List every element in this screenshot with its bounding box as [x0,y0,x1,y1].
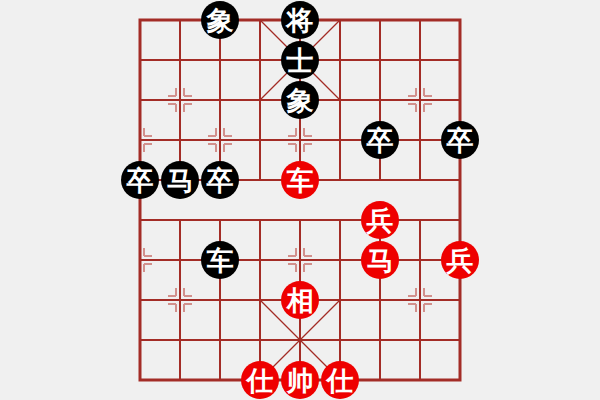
red-soldier[interactable]: 兵 [441,241,479,279]
red-chariot[interactable]: 车 [281,161,319,199]
black-general[interactable]: 将 [281,1,319,39]
black-soldier[interactable]: 卒 [441,121,479,159]
black-soldier[interactable]: 卒 [201,161,239,199]
black-horse[interactable]: 马 [161,161,199,199]
red-horse[interactable]: 马 [361,241,399,279]
black-advisor[interactable]: 士 [281,41,319,79]
black-elephant[interactable]: 象 [201,1,239,39]
black-elephant[interactable]: 象 [281,81,319,119]
red-advisor[interactable]: 仕 [241,361,279,399]
red-advisor[interactable]: 仕 [321,361,359,399]
black-soldier[interactable]: 卒 [121,161,159,199]
xiangqi-board: 象将士象卒卒卒马卒车兵车马兵相仕帅仕 [0,0,600,400]
pieces-layer: 象将士象卒卒卒马卒车兵车马兵相仕帅仕 [120,0,480,400]
black-chariot[interactable]: 车 [201,241,239,279]
black-soldier[interactable]: 卒 [361,121,399,159]
red-general[interactable]: 帅 [281,361,319,399]
red-soldier[interactable]: 兵 [361,201,399,239]
red-elephant[interactable]: 相 [281,281,319,319]
